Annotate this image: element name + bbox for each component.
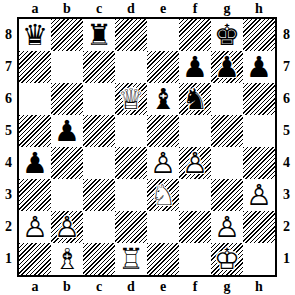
square-b4[interactable] xyxy=(51,147,83,179)
square-e3[interactable]: ♞♘ xyxy=(147,179,179,211)
square-c6[interactable] xyxy=(83,83,115,115)
file-label-bottom-a: a xyxy=(19,278,51,295)
square-c2[interactable] xyxy=(83,211,115,243)
square-a7[interactable] xyxy=(19,51,51,83)
square-d5[interactable] xyxy=(115,115,147,147)
square-h1[interactable] xyxy=(243,243,275,275)
black-knight-icon: ♞ xyxy=(179,83,211,115)
square-a6[interactable] xyxy=(19,83,51,115)
rank-label-left-5: 5 xyxy=(0,115,17,147)
square-g4[interactable] xyxy=(211,147,243,179)
white-pawn-icon: ♙ xyxy=(51,211,83,243)
file-label-bottom-c: c xyxy=(83,278,115,295)
square-c1[interactable] xyxy=(83,243,115,275)
black-king-icon: ♚ xyxy=(211,19,243,51)
piece-halo: ♜ xyxy=(83,19,115,51)
square-c3[interactable] xyxy=(83,179,115,211)
square-b3[interactable] xyxy=(51,179,83,211)
square-g2[interactable]: ♟♙ xyxy=(211,211,243,243)
square-d2[interactable] xyxy=(115,211,147,243)
file-label-top-h: h xyxy=(243,0,275,17)
black-pawn-icon: ♟ xyxy=(179,51,211,83)
piece-halo: ♟ xyxy=(243,51,275,83)
rank-label-left-2: 2 xyxy=(0,211,17,243)
square-h6[interactable] xyxy=(243,83,275,115)
rank-label-right-4: 4 xyxy=(278,147,295,179)
square-g1[interactable]: ♚♔ xyxy=(211,243,243,275)
piece-halo: ♚ xyxy=(211,243,243,275)
file-label-top-g: g xyxy=(211,0,243,17)
square-e4[interactable]: ♟♙ xyxy=(147,147,179,179)
square-e6[interactable]: ♝♝ xyxy=(147,83,179,115)
square-g7[interactable]: ♟♟ xyxy=(211,51,243,83)
rank-label-left-4: 4 xyxy=(0,147,17,179)
white-rook-icon: ♖ xyxy=(115,243,147,275)
piece-halo: ♛ xyxy=(19,19,51,51)
rank-label-left-3: 3 xyxy=(0,179,17,211)
square-c8[interactable]: ♜♜ xyxy=(83,19,115,51)
square-d7[interactable] xyxy=(115,51,147,83)
file-label-bottom-f: f xyxy=(179,278,211,295)
file-label-top-c: c xyxy=(83,0,115,17)
black-pawn-icon: ♟ xyxy=(51,115,83,147)
square-f2[interactable] xyxy=(179,211,211,243)
square-a4[interactable]: ♟♟ xyxy=(19,147,51,179)
piece-halo: ♟ xyxy=(19,147,51,179)
white-king-icon: ♔ xyxy=(211,243,243,275)
square-b1[interactable]: ♝♗ xyxy=(51,243,83,275)
piece-halo: ♝ xyxy=(51,243,83,275)
black-pawn-icon: ♟ xyxy=(211,51,243,83)
file-label-top-b: b xyxy=(51,0,83,17)
file-label-top-a: a xyxy=(19,0,51,17)
piece-halo: ♟ xyxy=(211,211,243,243)
rank-label-right-3: 3 xyxy=(278,179,295,211)
black-pawn-icon: ♟ xyxy=(19,147,51,179)
square-d4[interactable] xyxy=(115,147,147,179)
piece-halo: ♝ xyxy=(147,83,179,115)
piece-halo: ♜ xyxy=(115,243,147,275)
square-h3[interactable]: ♟♙ xyxy=(243,179,275,211)
square-g6[interactable] xyxy=(211,83,243,115)
square-c4[interactable] xyxy=(83,147,115,179)
square-e5[interactable] xyxy=(147,115,179,147)
file-label-top-e: e xyxy=(147,0,179,17)
square-h7[interactable]: ♟♟ xyxy=(243,51,275,83)
rank-label-left-6: 6 xyxy=(0,83,17,115)
file-label-top-f: f xyxy=(179,0,211,17)
rank-label-right-8: 8 xyxy=(278,19,295,51)
square-a2[interactable]: ♟♙ xyxy=(19,211,51,243)
square-h4[interactable] xyxy=(243,147,275,179)
square-d6[interactable]: ♛♕ xyxy=(115,83,147,115)
rank-label-left-1: 1 xyxy=(0,243,17,275)
chess-diagram: abcdefgh abcdefgh 87654321 87654321 ♛♛♜♜… xyxy=(0,0,295,295)
rank-label-right-7: 7 xyxy=(278,51,295,83)
piece-halo: ♛ xyxy=(115,83,147,115)
square-g8[interactable]: ♚♚ xyxy=(211,19,243,51)
square-a5[interactable] xyxy=(19,115,51,147)
square-d8[interactable] xyxy=(115,19,147,51)
square-f4[interactable]: ♟♙ xyxy=(179,147,211,179)
white-pawn-icon: ♙ xyxy=(243,179,275,211)
square-d3[interactable] xyxy=(115,179,147,211)
square-c7[interactable] xyxy=(83,51,115,83)
rank-label-left-8: 8 xyxy=(0,19,17,51)
square-f7[interactable]: ♟♟ xyxy=(179,51,211,83)
square-f3[interactable] xyxy=(179,179,211,211)
square-a1[interactable] xyxy=(19,243,51,275)
square-f5[interactable] xyxy=(179,115,211,147)
file-label-bottom-e: e xyxy=(147,278,179,295)
black-pawn-icon: ♟ xyxy=(243,51,275,83)
piece-halo: ♟ xyxy=(243,179,275,211)
square-a3[interactable] xyxy=(19,179,51,211)
piece-halo: ♞ xyxy=(179,83,211,115)
square-f6[interactable]: ♞♞ xyxy=(179,83,211,115)
piece-halo: ♟ xyxy=(179,51,211,83)
file-label-bottom-d: d xyxy=(115,278,147,295)
piece-halo: ♟ xyxy=(51,115,83,147)
square-d1[interactable]: ♜♖ xyxy=(115,243,147,275)
square-h5[interactable] xyxy=(243,115,275,147)
square-a8[interactable]: ♛♛ xyxy=(19,19,51,51)
piece-halo: ♟ xyxy=(147,147,179,179)
file-label-bottom-b: b xyxy=(51,278,83,295)
white-knight-icon: ♘ xyxy=(147,179,179,211)
piece-halo: ♟ xyxy=(19,211,51,243)
square-e2[interactable] xyxy=(147,211,179,243)
square-h2[interactable] xyxy=(243,211,275,243)
piece-halo: ♞ xyxy=(147,179,179,211)
piece-halo: ♚ xyxy=(211,19,243,51)
white-pawn-icon: ♙ xyxy=(147,147,179,179)
square-h8[interactable] xyxy=(243,19,275,51)
file-label-top-d: d xyxy=(115,0,147,17)
file-label-bottom-g: g xyxy=(211,278,243,295)
rank-label-right-6: 6 xyxy=(278,83,295,115)
rank-label-left-7: 7 xyxy=(0,51,17,83)
piece-halo: ♟ xyxy=(51,211,83,243)
square-f1[interactable] xyxy=(179,243,211,275)
square-e7[interactable] xyxy=(147,51,179,83)
square-g3[interactable] xyxy=(211,179,243,211)
square-g5[interactable] xyxy=(211,115,243,147)
piece-halo: ♟ xyxy=(211,51,243,83)
square-b7[interactable] xyxy=(51,51,83,83)
square-b6[interactable] xyxy=(51,83,83,115)
square-e1[interactable] xyxy=(147,243,179,275)
file-label-bottom-h: h xyxy=(243,278,275,295)
square-b5[interactable]: ♟♟ xyxy=(51,115,83,147)
piece-halo: ♟ xyxy=(179,147,211,179)
white-pawn-icon: ♙ xyxy=(19,211,51,243)
square-b2[interactable]: ♟♙ xyxy=(51,211,83,243)
rank-label-right-2: 2 xyxy=(278,211,295,243)
black-queen-icon: ♛ xyxy=(19,19,51,51)
white-pawn-icon: ♙ xyxy=(211,211,243,243)
white-bishop-icon: ♗ xyxy=(51,243,83,275)
black-rook-icon: ♜ xyxy=(83,19,115,51)
white-pawn-icon: ♙ xyxy=(179,147,211,179)
white-queen-icon: ♕ xyxy=(115,83,147,115)
square-e8[interactable] xyxy=(147,19,179,51)
chess-board: ♛♛♜♜♚♚♟♟♟♟♟♟♛♕♝♝♞♞♟♟♟♟♟♙♟♙♞♘♟♙♟♙♟♙♟♙♝♗♜♖… xyxy=(17,17,277,277)
rank-label-right-1: 1 xyxy=(278,243,295,275)
rank-label-right-5: 5 xyxy=(278,115,295,147)
square-f8[interactable] xyxy=(179,19,211,51)
square-b8[interactable] xyxy=(51,19,83,51)
black-bishop-icon: ♝ xyxy=(147,83,179,115)
square-c5[interactable] xyxy=(83,115,115,147)
